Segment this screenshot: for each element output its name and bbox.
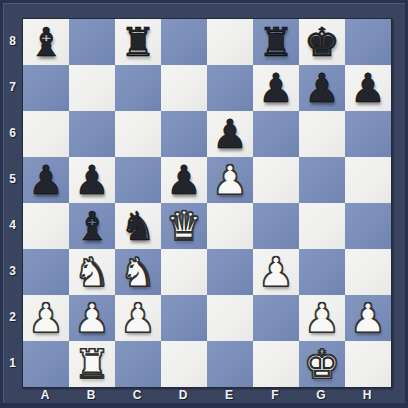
- square-h3[interactable]: [345, 249, 391, 295]
- square-h5[interactable]: [345, 157, 391, 203]
- square-e3[interactable]: [207, 249, 253, 295]
- square-g7[interactable]: ♟: [299, 65, 345, 111]
- file-label-h: H: [344, 387, 390, 403]
- piece-black-pawn-f7[interactable]: ♟: [258, 65, 294, 111]
- piece-black-pawn-a5[interactable]: ♟: [28, 157, 64, 203]
- square-b5[interactable]: ♟: [69, 157, 115, 203]
- rank-labels: 87654321: [3, 18, 22, 386]
- square-a1[interactable]: [23, 341, 69, 387]
- square-f1[interactable]: [253, 341, 299, 387]
- square-e4[interactable]: [207, 203, 253, 249]
- square-b7[interactable]: [69, 65, 115, 111]
- file-label-b: B: [68, 387, 114, 403]
- square-a5[interactable]: ♟: [23, 157, 69, 203]
- piece-black-pawn-b5[interactable]: ♟: [74, 157, 110, 203]
- rank-label-1: 1: [3, 340, 22, 386]
- piece-white-pawn-a2[interactable]: ♟: [28, 295, 64, 341]
- square-g3[interactable]: [299, 249, 345, 295]
- square-c3[interactable]: ♞: [115, 249, 161, 295]
- square-e6[interactable]: ♟: [207, 111, 253, 157]
- square-a7[interactable]: [23, 65, 69, 111]
- square-e1[interactable]: [207, 341, 253, 387]
- square-d3[interactable]: [161, 249, 207, 295]
- square-e7[interactable]: [207, 65, 253, 111]
- file-label-g: G: [298, 387, 344, 403]
- piece-white-queen-d4[interactable]: ♛: [166, 203, 202, 249]
- piece-black-pawn-d5[interactable]: ♟: [166, 157, 202, 203]
- square-h6[interactable]: [345, 111, 391, 157]
- square-d2[interactable]: [161, 295, 207, 341]
- square-h2[interactable]: ♟: [345, 295, 391, 341]
- rank-label-2: 2: [3, 294, 22, 340]
- square-f3[interactable]: ♟: [253, 249, 299, 295]
- square-c1[interactable]: [115, 341, 161, 387]
- square-e2[interactable]: [207, 295, 253, 341]
- piece-white-rook-b1[interactable]: ♜: [74, 341, 110, 387]
- square-d7[interactable]: [161, 65, 207, 111]
- square-e8[interactable]: [207, 19, 253, 65]
- file-label-f: F: [252, 387, 298, 403]
- square-h8[interactable]: [345, 19, 391, 65]
- square-g6[interactable]: [299, 111, 345, 157]
- square-f6[interactable]: [253, 111, 299, 157]
- rank-label-3: 3: [3, 248, 22, 294]
- rank-label-7: 7: [3, 64, 22, 110]
- piece-black-pawn-e6[interactable]: ♟: [212, 111, 248, 157]
- square-d6[interactable]: [161, 111, 207, 157]
- file-label-d: D: [160, 387, 206, 403]
- piece-black-pawn-h7[interactable]: ♟: [350, 65, 386, 111]
- square-g1[interactable]: ♚: [299, 341, 345, 387]
- square-h1[interactable]: [345, 341, 391, 387]
- square-c5[interactable]: [115, 157, 161, 203]
- rank-label-8: 8: [3, 18, 22, 64]
- square-a2[interactable]: ♟: [23, 295, 69, 341]
- square-g5[interactable]: [299, 157, 345, 203]
- square-b3[interactable]: ♞: [69, 249, 115, 295]
- rank-label-6: 6: [3, 110, 22, 156]
- piece-white-pawn-g2[interactable]: ♟: [304, 295, 340, 341]
- piece-black-king-g8[interactable]: ♚: [304, 19, 340, 65]
- square-h4[interactable]: [345, 203, 391, 249]
- square-f2[interactable]: [253, 295, 299, 341]
- file-labels: ABCDEFGH: [22, 387, 390, 403]
- piece-black-bishop-b4[interactable]: ♝: [74, 203, 110, 249]
- square-g2[interactable]: ♟: [299, 295, 345, 341]
- piece-white-pawn-c2[interactable]: ♟: [120, 295, 156, 341]
- square-f4[interactable]: [253, 203, 299, 249]
- file-label-e: E: [206, 387, 252, 403]
- piece-white-pawn-b2[interactable]: ♟: [74, 295, 110, 341]
- piece-black-bishop-a8[interactable]: ♝: [28, 19, 64, 65]
- piece-white-pawn-f3[interactable]: ♟: [258, 249, 294, 295]
- square-c7[interactable]: [115, 65, 161, 111]
- square-e5[interactable]: ♟: [207, 157, 253, 203]
- square-a3[interactable]: [23, 249, 69, 295]
- square-a4[interactable]: [23, 203, 69, 249]
- square-c8[interactable]: ♜: [115, 19, 161, 65]
- square-b1[interactable]: ♜: [69, 341, 115, 387]
- square-c4[interactable]: ♞: [115, 203, 161, 249]
- piece-black-rook-c8[interactable]: ♜: [120, 19, 156, 65]
- square-g4[interactable]: [299, 203, 345, 249]
- rank-label-4: 4: [3, 202, 22, 248]
- square-d4[interactable]: ♛: [161, 203, 207, 249]
- square-d8[interactable]: [161, 19, 207, 65]
- square-b6[interactable]: [69, 111, 115, 157]
- file-label-c: C: [114, 387, 160, 403]
- board: ♝♜♜♚♟♟♟♟♟♟♟♟♝♞♛♞♞♟♟♟♟♟♟♜♚: [22, 18, 392, 388]
- piece-black-pawn-g7[interactable]: ♟: [304, 65, 340, 111]
- piece-white-knight-c3[interactable]: ♞: [120, 249, 156, 295]
- square-b4[interactable]: ♝: [69, 203, 115, 249]
- square-d1[interactable]: [161, 341, 207, 387]
- square-d5[interactable]: ♟: [161, 157, 207, 203]
- piece-white-pawn-e5[interactable]: ♟: [212, 157, 248, 203]
- piece-white-king-g1[interactable]: ♚: [304, 341, 340, 387]
- piece-black-rook-f8[interactable]: ♜: [258, 19, 294, 65]
- piece-white-knight-b3[interactable]: ♞: [74, 249, 110, 295]
- square-a8[interactable]: ♝: [23, 19, 69, 65]
- square-h7[interactable]: ♟: [345, 65, 391, 111]
- piece-white-pawn-h2[interactable]: ♟: [350, 295, 386, 341]
- square-f8[interactable]: ♜: [253, 19, 299, 65]
- square-g8[interactable]: ♚: [299, 19, 345, 65]
- square-a6[interactable]: [23, 111, 69, 157]
- square-f5[interactable]: [253, 157, 299, 203]
- piece-black-knight-c4[interactable]: ♞: [120, 203, 156, 249]
- square-c2[interactable]: ♟: [115, 295, 161, 341]
- chess-diagram: 87654321 ♝♜♜♚♟♟♟♟♟♟♟♟♝♞♛♞♞♟♟♟♟♟♟♜♚ ABCDE…: [0, 0, 408, 408]
- square-b2[interactable]: ♟: [69, 295, 115, 341]
- rank-label-5: 5: [3, 156, 22, 202]
- square-b8[interactable]: [69, 19, 115, 65]
- file-label-a: A: [22, 387, 68, 403]
- square-f7[interactable]: ♟: [253, 65, 299, 111]
- square-c6[interactable]: [115, 111, 161, 157]
